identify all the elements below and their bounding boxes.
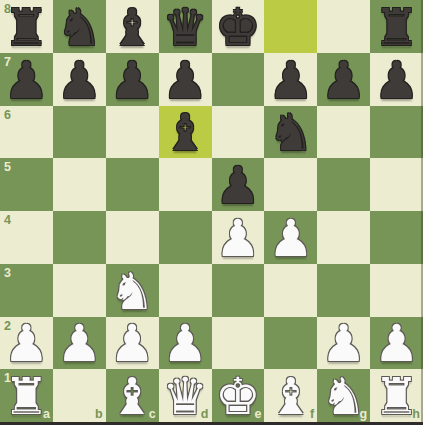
square-h8[interactable]: ♜: [370, 0, 423, 53]
white-pawn[interactable]: ♟: [56, 318, 102, 369]
white-pawn[interactable]: ♟: [109, 318, 155, 369]
rank-label-6: 6: [4, 109, 11, 122]
black-rook[interactable]: ♜: [4, 2, 50, 53]
square-a4[interactable]: 4: [0, 211, 53, 264]
square-c5[interactable]: [106, 158, 159, 211]
square-a6[interactable]: 6: [0, 106, 53, 159]
square-b1[interactable]: b: [53, 369, 106, 422]
square-b7[interactable]: ♟: [53, 53, 106, 106]
rank-label-4: 4: [4, 214, 11, 227]
square-e7[interactable]: [212, 53, 265, 106]
square-e5[interactable]: ♟: [212, 158, 265, 211]
square-f5[interactable]: [264, 158, 317, 211]
square-a2[interactable]: 2♟: [0, 317, 53, 370]
white-pawn[interactable]: ♟: [374, 318, 420, 369]
white-pawn[interactable]: ♟: [215, 213, 261, 264]
file-label-b: b: [95, 408, 103, 421]
square-e3[interactable]: [212, 264, 265, 317]
square-h2[interactable]: ♟: [370, 317, 423, 370]
square-h3[interactable]: [370, 264, 423, 317]
black-pawn[interactable]: ♟: [268, 55, 314, 106]
black-pawn[interactable]: ♟: [321, 55, 367, 106]
square-a3[interactable]: 3: [0, 264, 53, 317]
white-bishop[interactable]: ♝: [109, 371, 155, 422]
white-rook[interactable]: ♜: [4, 371, 50, 422]
white-knight[interactable]: ♞: [321, 371, 367, 422]
square-a7[interactable]: 7♟: [0, 53, 53, 106]
square-c3[interactable]: ♞: [106, 264, 159, 317]
black-pawn[interactable]: ♟: [109, 55, 155, 106]
square-g7[interactable]: ♟: [317, 53, 370, 106]
black-pawn[interactable]: ♟: [56, 55, 102, 106]
square-f4[interactable]: ♟: [264, 211, 317, 264]
square-g5[interactable]: [317, 158, 370, 211]
black-king[interactable]: ♚: [215, 2, 261, 53]
square-c1[interactable]: c♝: [106, 369, 159, 422]
white-knight[interactable]: ♞: [109, 266, 155, 317]
chess-board: 8♜♞♝♛♚♜7♟♟♟♟♟♟♟6♝♞5♟4♟♟3♞2♟♟♟♟♟♟1a♜bc♝d♛…: [0, 0, 423, 422]
square-d8[interactable]: ♛: [159, 0, 212, 53]
square-d1[interactable]: d♛: [159, 369, 212, 422]
square-a5[interactable]: 5: [0, 158, 53, 211]
black-pawn[interactable]: ♟: [4, 55, 50, 106]
square-b2[interactable]: ♟: [53, 317, 106, 370]
square-f6[interactable]: ♞: [264, 106, 317, 159]
square-h1[interactable]: h♜: [370, 369, 423, 422]
square-d6[interactable]: ♝: [159, 106, 212, 159]
square-d2[interactable]: ♟: [159, 317, 212, 370]
square-h7[interactable]: ♟: [370, 53, 423, 106]
white-pawn[interactable]: ♟: [162, 318, 208, 369]
square-e8[interactable]: ♚: [212, 0, 265, 53]
square-g1[interactable]: g♞: [317, 369, 370, 422]
square-c2[interactable]: ♟: [106, 317, 159, 370]
chess-board-container: 8♜♞♝♛♚♜7♟♟♟♟♟♟♟6♝♞5♟4♟♟3♞2♟♟♟♟♟♟1a♜bc♝d♛…: [0, 0, 423, 425]
square-d4[interactable]: [159, 211, 212, 264]
rank-label-3: 3: [4, 267, 11, 280]
white-pawn[interactable]: ♟: [268, 213, 314, 264]
black-bishop[interactable]: ♝: [109, 2, 155, 53]
square-a1[interactable]: 1a♜: [0, 369, 53, 422]
white-queen[interactable]: ♛: [162, 371, 208, 422]
white-bishop[interactable]: ♝: [268, 371, 314, 422]
square-e1[interactable]: e♚: [212, 369, 265, 422]
square-d5[interactable]: [159, 158, 212, 211]
square-e2[interactable]: [212, 317, 265, 370]
square-f1[interactable]: f♝: [264, 369, 317, 422]
square-b3[interactable]: [53, 264, 106, 317]
black-rook[interactable]: ♜: [374, 2, 420, 53]
white-pawn[interactable]: ♟: [4, 318, 50, 369]
square-f3[interactable]: [264, 264, 317, 317]
white-king[interactable]: ♚: [215, 371, 261, 422]
square-g6[interactable]: [317, 106, 370, 159]
square-h6[interactable]: [370, 106, 423, 159]
square-h4[interactable]: [370, 211, 423, 264]
rank-label-5: 5: [4, 161, 11, 174]
black-pawn[interactable]: ♟: [374, 55, 420, 106]
square-b5[interactable]: [53, 158, 106, 211]
square-f2[interactable]: [264, 317, 317, 370]
black-knight[interactable]: ♞: [268, 107, 314, 158]
black-pawn[interactable]: ♟: [215, 160, 261, 211]
square-f7[interactable]: ♟: [264, 53, 317, 106]
square-e4[interactable]: ♟: [212, 211, 265, 264]
square-c7[interactable]: ♟: [106, 53, 159, 106]
square-g2[interactable]: ♟: [317, 317, 370, 370]
square-f8[interactable]: [264, 0, 317, 53]
black-pawn[interactable]: ♟: [162, 55, 208, 106]
square-b4[interactable]: [53, 211, 106, 264]
square-c6[interactable]: [106, 106, 159, 159]
white-pawn[interactable]: ♟: [321, 318, 367, 369]
square-c4[interactable]: [106, 211, 159, 264]
square-c8[interactable]: ♝: [106, 0, 159, 53]
black-bishop[interactable]: ♝: [162, 107, 208, 158]
square-e6[interactable]: [212, 106, 265, 159]
square-a8[interactable]: 8♜: [0, 0, 53, 53]
square-b6[interactable]: [53, 106, 106, 159]
square-b8[interactable]: ♞: [53, 0, 106, 53]
black-queen[interactable]: ♛: [162, 2, 208, 53]
black-knight[interactable]: ♞: [56, 2, 102, 53]
square-g3[interactable]: [317, 264, 370, 317]
white-rook[interactable]: ♜: [374, 371, 420, 422]
square-d3[interactable]: [159, 264, 212, 317]
square-d7[interactable]: ♟: [159, 53, 212, 106]
square-g8[interactable]: [317, 0, 370, 53]
square-h5[interactable]: [370, 158, 423, 211]
square-g4[interactable]: [317, 211, 370, 264]
